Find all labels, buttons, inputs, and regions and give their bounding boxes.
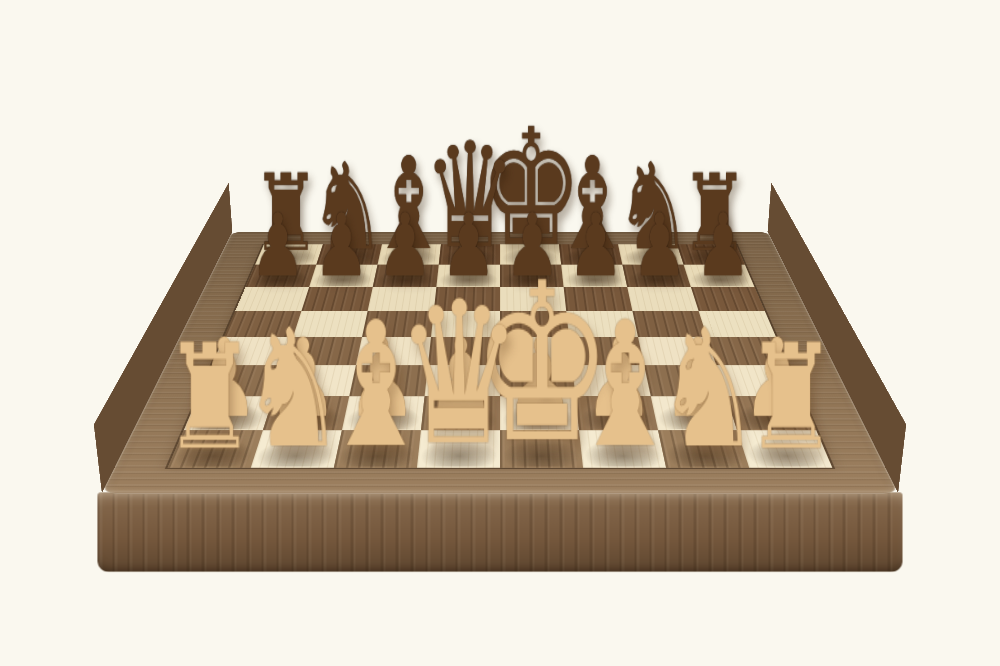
- square-c1: ♝: [334, 430, 421, 467]
- chess-set-photo: ♜♞♝♛♚♝♞♜♟♟♟♟♟♟♟♟♟♟♟♟♟♟♟♟♜♞♝♛♚♝♞♜: [0, 0, 1000, 666]
- white-rook-h1: ♜: [744, 332, 837, 465]
- page: { "game": "chess", "scene": "overhead pr…: [0, 0, 1000, 666]
- board-case-front-face: [97, 492, 902, 572]
- white-bishop-c1: ♝: [320, 306, 431, 465]
- square-h1: ♜: [737, 430, 832, 467]
- black-pawn-b7: ♟: [313, 205, 369, 285]
- white-bishop-f1: ♝: [569, 306, 680, 465]
- white-rook-a1: ♜: [163, 332, 256, 465]
- board-grid: ♜♞♝♛♚♝♞♜♟♟♟♟♟♟♟♟♟♟♟♟♟♟♟♟♜♞♝♛♚♝♞♜: [168, 244, 833, 467]
- square-a7: ♟: [246, 265, 317, 287]
- square-f1: ♝: [579, 430, 666, 467]
- black-pawn-g7: ♟: [631, 205, 687, 285]
- square-h7: ♟: [684, 265, 755, 287]
- board-frame: ♜♞♝♛♚♝♞♜♟♟♟♟♟♟♟♟♟♟♟♟♟♟♟♟♜♞♝♛♚♝♞♜: [102, 232, 898, 494]
- square-a1: ♜: [168, 430, 263, 467]
- chess-board: ♜♞♝♛♚♝♞♜♟♟♟♟♟♟♟♟♟♟♟♟♟♟♟♟♜♞♝♛♚♝♞♜: [102, 232, 898, 494]
- black-pawn-a7: ♟: [249, 205, 305, 285]
- black-pawn-h7: ♟: [694, 205, 750, 285]
